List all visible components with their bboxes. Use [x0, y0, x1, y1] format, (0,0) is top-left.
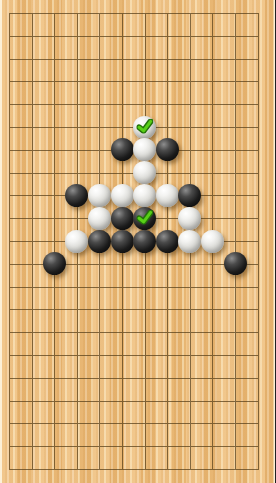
white-stone: [156, 184, 179, 207]
white-stone: [133, 161, 156, 184]
black-stone: [224, 252, 247, 275]
stones-layer: [0, 0, 275, 483]
last-move-check-icon: [136, 210, 154, 225]
black-stone: [111, 230, 134, 253]
white-stone: [111, 184, 134, 207]
black-stone: [133, 230, 156, 253]
black-stone: [43, 252, 66, 275]
black-stone: [111, 207, 134, 230]
board-edge-highlight-right: [274, 0, 276, 483]
black-stone: [156, 138, 179, 161]
white-stone: [133, 116, 156, 139]
board-edge-highlight-left: [0, 0, 2, 483]
black-stone: [133, 207, 156, 230]
black-stone: [111, 138, 134, 161]
white-stone: [178, 230, 201, 253]
white-stone: [88, 207, 111, 230]
black-stone: [156, 230, 179, 253]
black-stone: [178, 184, 201, 207]
white-stone: [133, 184, 156, 207]
black-stone: [88, 230, 111, 253]
black-stone: [65, 184, 88, 207]
white-stone: [88, 184, 111, 207]
white-stone: [201, 230, 224, 253]
white-stone: [178, 207, 201, 230]
white-stone: [133, 138, 156, 161]
gomoku-board[interactable]: [0, 0, 275, 483]
white-stone: [65, 230, 88, 253]
last-move-check-icon: [136, 119, 154, 134]
